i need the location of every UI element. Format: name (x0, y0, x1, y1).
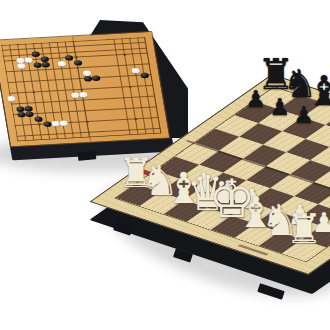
white-knight: ♞ (138, 159, 182, 202)
white-pawn: ♟ (214, 177, 242, 204)
chess-pieces-layer: ♜♞♟♝♟♟♜♟♞♟♝♟♛♚♟♝♟♞♜ (0, 0, 330, 330)
white-rook: ♜ (283, 209, 325, 250)
white-pawn: ♟ (238, 185, 266, 212)
white-king: ♚ (205, 173, 259, 225)
white-bishop: ♝ (162, 167, 206, 210)
black-pawn: ♟ (268, 95, 292, 118)
black-knight: ♞ (280, 65, 320, 104)
white-knight: ♞ (258, 199, 302, 242)
white-pawn: ♟ (310, 209, 330, 236)
white-queen: ♛ (183, 169, 233, 218)
black-pawn: ♟ (244, 87, 268, 110)
white-rook: ♜ (115, 153, 157, 194)
white-pawn: ♟ (190, 169, 218, 196)
white-pawn: ♟ (286, 201, 314, 228)
black-rook: ♜ (254, 53, 298, 96)
product-photo-stage: ♜♞♟♝♟♟♜♟♞♟♝♟♛♚♟♝♟♞♜ (0, 0, 330, 330)
black-pawn: ♟ (292, 103, 316, 126)
white-bishop: ♝ (234, 191, 278, 234)
black-bishop: ♝ (303, 71, 330, 112)
